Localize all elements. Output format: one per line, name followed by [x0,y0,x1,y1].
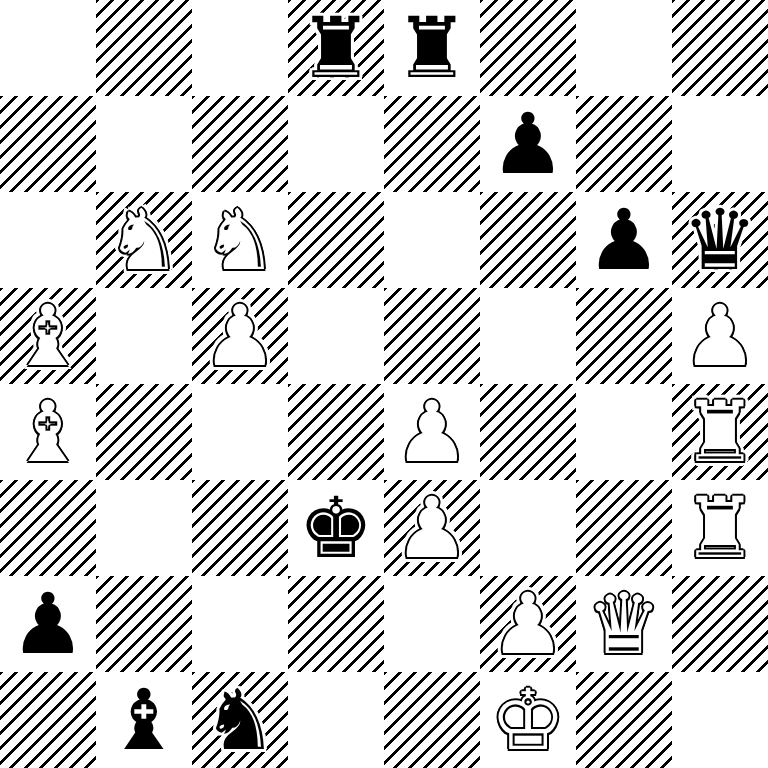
square-b4[interactable] [96,384,192,480]
piece-white-rook[interactable]: ♜ [682,480,757,576]
square-d3[interactable]: ♚ [288,480,384,576]
piece-white-king[interactable]: ♚ [490,672,565,768]
piece-white-knight[interactable]: ♞ [106,192,181,288]
square-h6[interactable]: ♛ [672,192,768,288]
piece-black-pawn[interactable]: ♟ [10,576,85,672]
piece-white-bishop[interactable]: ♝ [10,288,85,384]
piece-white-pawn[interactable]: ♟ [394,384,469,480]
square-e4[interactable]: ♟ [384,384,480,480]
square-c8[interactable] [192,0,288,96]
square-b5[interactable] [96,288,192,384]
square-b2[interactable] [96,576,192,672]
piece-white-knight[interactable]: ♞ [202,192,277,288]
square-a8[interactable] [0,0,96,96]
square-h8[interactable] [672,0,768,96]
square-g8[interactable] [576,0,672,96]
square-c6[interactable]: ♞ [192,192,288,288]
square-f8[interactable] [480,0,576,96]
square-a2[interactable]: ♟ [0,576,96,672]
square-g3[interactable] [576,480,672,576]
square-f1[interactable]: ♚ [480,672,576,768]
square-d1[interactable] [288,672,384,768]
square-a7[interactable] [0,96,96,192]
square-c2[interactable] [192,576,288,672]
square-e8[interactable]: ♜ [384,0,480,96]
square-a3[interactable] [0,480,96,576]
square-g4[interactable] [576,384,672,480]
piece-black-king[interactable]: ♚ [298,480,373,576]
square-a1[interactable] [0,672,96,768]
square-c5[interactable]: ♟ [192,288,288,384]
square-e7[interactable] [384,96,480,192]
square-c4[interactable] [192,384,288,480]
square-h4[interactable]: ♜ [672,384,768,480]
square-h3[interactable]: ♜ [672,480,768,576]
square-c1[interactable]: ♞ [192,672,288,768]
square-h1[interactable] [672,672,768,768]
square-d6[interactable] [288,192,384,288]
piece-white-pawn[interactable]: ♟ [202,288,277,384]
square-a6[interactable] [0,192,96,288]
piece-white-pawn[interactable]: ♟ [490,576,565,672]
square-g7[interactable] [576,96,672,192]
piece-white-pawn[interactable]: ♟ [682,288,757,384]
square-e1[interactable] [384,672,480,768]
square-g6[interactable]: ♟ [576,192,672,288]
square-f4[interactable] [480,384,576,480]
piece-white-bishop[interactable]: ♝ [10,384,85,480]
square-e6[interactable] [384,192,480,288]
piece-black-pawn[interactable]: ♟ [586,192,661,288]
square-d8[interactable]: ♜ [288,0,384,96]
square-g1[interactable] [576,672,672,768]
piece-black-rook[interactable]: ♜ [298,0,373,96]
square-g5[interactable] [576,288,672,384]
square-f2[interactable]: ♟ [480,576,576,672]
square-f5[interactable] [480,288,576,384]
square-a5[interactable]: ♝ [0,288,96,384]
piece-black-queen[interactable]: ♛ [682,192,757,288]
square-f6[interactable] [480,192,576,288]
square-c7[interactable] [192,96,288,192]
square-h5[interactable]: ♟ [672,288,768,384]
square-d2[interactable] [288,576,384,672]
square-b6[interactable]: ♞ [96,192,192,288]
square-f3[interactable] [480,480,576,576]
piece-white-pawn[interactable]: ♟ [394,480,469,576]
square-a4[interactable]: ♝ [0,384,96,480]
piece-white-rook[interactable]: ♜ [682,384,757,480]
square-e2[interactable] [384,576,480,672]
square-h2[interactable] [672,576,768,672]
chess-board: ♜♜♟♞♞♟♛♝♟♟♝♟♜♚♟♜♟♟♛♝♞♚ [0,0,768,768]
square-d7[interactable] [288,96,384,192]
square-e3[interactable]: ♟ [384,480,480,576]
square-b8[interactable] [96,0,192,96]
piece-black-rook[interactable]: ♜ [394,0,469,96]
square-d4[interactable] [288,384,384,480]
square-g2[interactable]: ♛ [576,576,672,672]
square-d5[interactable] [288,288,384,384]
piece-white-queen[interactable]: ♛ [586,576,661,672]
square-c3[interactable] [192,480,288,576]
piece-black-bishop[interactable]: ♝ [106,672,181,768]
square-f7[interactable]: ♟ [480,96,576,192]
square-b1[interactable]: ♝ [96,672,192,768]
piece-black-pawn[interactable]: ♟ [490,96,565,192]
square-b3[interactable] [96,480,192,576]
square-h7[interactable] [672,96,768,192]
square-b7[interactable] [96,96,192,192]
piece-black-knight[interactable]: ♞ [202,672,277,768]
square-e5[interactable] [384,288,480,384]
